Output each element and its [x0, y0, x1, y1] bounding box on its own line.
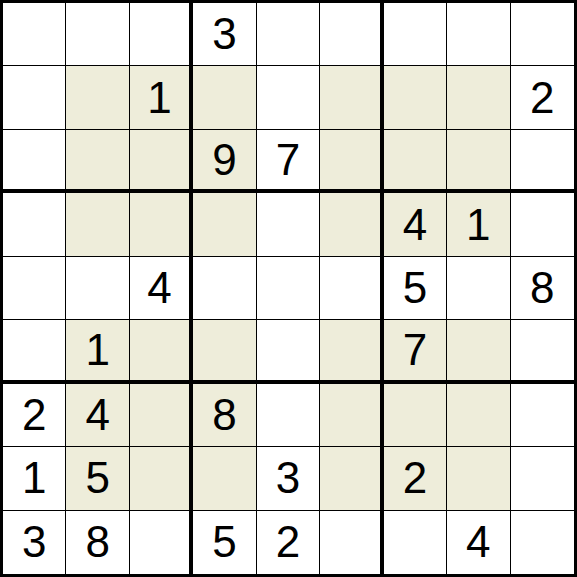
given-digit: 8 [85, 520, 109, 564]
cell-r7c6[interactable] [320, 384, 383, 447]
given-digit: 1 [85, 328, 109, 372]
given-digit: 3 [276, 456, 300, 500]
given-digit: 4 [85, 393, 109, 437]
cell-r2c9[interactable]: 2 [511, 66, 574, 129]
cell-r6c6[interactable] [320, 320, 383, 383]
cell-r1c1[interactable] [3, 3, 66, 66]
given-digit: 8 [530, 266, 554, 310]
given-digit: 1 [466, 203, 490, 247]
cell-r4c6[interactable] [320, 193, 383, 256]
cell-r8c8[interactable] [447, 447, 510, 510]
cell-r1c8[interactable] [447, 3, 510, 66]
cell-r5c3[interactable]: 4 [130, 257, 193, 320]
cell-r1c5[interactable] [257, 3, 320, 66]
cell-r2c6[interactable] [320, 66, 383, 129]
cell-r6c9[interactable] [511, 320, 574, 383]
cell-r4c4[interactable] [193, 193, 256, 256]
cell-r5c9[interactable]: 8 [511, 257, 574, 320]
cell-r5c2[interactable] [66, 257, 129, 320]
given-digit: 9 [212, 138, 236, 182]
cell-r6c1[interactable] [3, 320, 66, 383]
given-digit: 7 [403, 328, 427, 372]
given-digit: 3 [212, 12, 236, 56]
given-digit: 5 [212, 520, 236, 564]
given-digit: 1 [22, 456, 46, 500]
cell-r4c5[interactable] [257, 193, 320, 256]
cell-r9c5[interactable]: 2 [257, 511, 320, 574]
given-digit: 7 [276, 138, 300, 182]
cell-r7c8[interactable] [447, 384, 510, 447]
cell-r9c3[interactable] [130, 511, 193, 574]
cell-r9c9[interactable] [511, 511, 574, 574]
cell-r9c8[interactable]: 4 [447, 511, 510, 574]
cell-r4c1[interactable] [3, 193, 66, 256]
cell-r7c3[interactable] [130, 384, 193, 447]
given-digit: 5 [403, 266, 427, 310]
cell-r6c2[interactable]: 1 [66, 320, 129, 383]
sudoku-board: 312974145817248153238524 [0, 0, 577, 577]
cell-r2c8[interactable] [447, 66, 510, 129]
cell-r8c6[interactable] [320, 447, 383, 510]
cell-r8c3[interactable] [130, 447, 193, 510]
cell-r6c5[interactable] [257, 320, 320, 383]
cell-r6c4[interactable] [193, 320, 256, 383]
cell-r3c3[interactable] [130, 130, 193, 193]
cell-r4c9[interactable] [511, 193, 574, 256]
cell-r4c3[interactable] [130, 193, 193, 256]
given-digit: 2 [403, 456, 427, 500]
given-digit: 3 [22, 520, 46, 564]
given-digit: 4 [147, 266, 171, 310]
cell-r2c4[interactable] [193, 66, 256, 129]
cell-r9c1[interactable]: 3 [3, 511, 66, 574]
cell-r5c4[interactable] [193, 257, 256, 320]
cell-r2c3[interactable]: 1 [130, 66, 193, 129]
cell-r1c3[interactable] [130, 3, 193, 66]
cell-r4c7[interactable]: 4 [384, 193, 447, 256]
cell-r1c2[interactable] [66, 3, 129, 66]
cell-r1c7[interactable] [384, 3, 447, 66]
cell-r8c2[interactable]: 5 [66, 447, 129, 510]
cell-r8c1[interactable]: 1 [3, 447, 66, 510]
cell-r2c2[interactable] [66, 66, 129, 129]
cell-r7c4[interactable]: 8 [193, 384, 256, 447]
cell-r7c1[interactable]: 2 [3, 384, 66, 447]
cell-r3c4[interactable]: 9 [193, 130, 256, 193]
given-digit: 4 [466, 520, 490, 564]
cell-r8c7[interactable]: 2 [384, 447, 447, 510]
cell-r2c7[interactable] [384, 66, 447, 129]
cell-r9c6[interactable] [320, 511, 383, 574]
cell-r3c9[interactable] [511, 130, 574, 193]
cell-r8c5[interactable]: 3 [257, 447, 320, 510]
cell-r7c2[interactable]: 4 [66, 384, 129, 447]
cell-r3c2[interactable] [66, 130, 129, 193]
given-digit: 1 [147, 76, 171, 120]
cell-r1c6[interactable] [320, 3, 383, 66]
given-digit: 2 [276, 520, 300, 564]
given-digit: 2 [530, 76, 554, 120]
cell-r9c2[interactable]: 8 [66, 511, 129, 574]
cell-r6c7[interactable]: 7 [384, 320, 447, 383]
cell-r3c1[interactable] [3, 130, 66, 193]
cell-r7c5[interactable] [257, 384, 320, 447]
cell-r2c5[interactable] [257, 66, 320, 129]
given-digit: 8 [212, 393, 236, 437]
cell-r6c3[interactable] [130, 320, 193, 383]
cell-r8c4[interactable] [193, 447, 256, 510]
cell-r3c8[interactable] [447, 130, 510, 193]
given-digit: 4 [403, 203, 427, 247]
cell-r3c6[interactable] [320, 130, 383, 193]
cell-r9c7[interactable] [384, 511, 447, 574]
given-digit: 2 [22, 393, 46, 437]
cell-r5c8[interactable] [447, 257, 510, 320]
cell-r3c5[interactable]: 7 [257, 130, 320, 193]
cell-r8c9[interactable] [511, 447, 574, 510]
cell-r7c9[interactable] [511, 384, 574, 447]
cell-r6c8[interactable] [447, 320, 510, 383]
given-digit: 5 [85, 456, 109, 500]
cell-r4c2[interactable] [66, 193, 129, 256]
cell-r5c7[interactable]: 5 [384, 257, 447, 320]
cell-r5c5[interactable] [257, 257, 320, 320]
cell-r5c1[interactable] [3, 257, 66, 320]
cell-r1c9[interactable] [511, 3, 574, 66]
cell-r5c6[interactable] [320, 257, 383, 320]
cell-r3c7[interactable] [384, 130, 447, 193]
cell-r2c1[interactable] [3, 66, 66, 129]
cell-r4c8[interactable]: 1 [447, 193, 510, 256]
cell-r9c4[interactable]: 5 [193, 511, 256, 574]
cell-r7c7[interactable] [384, 384, 447, 447]
cell-r1c4[interactable]: 3 [193, 3, 256, 66]
